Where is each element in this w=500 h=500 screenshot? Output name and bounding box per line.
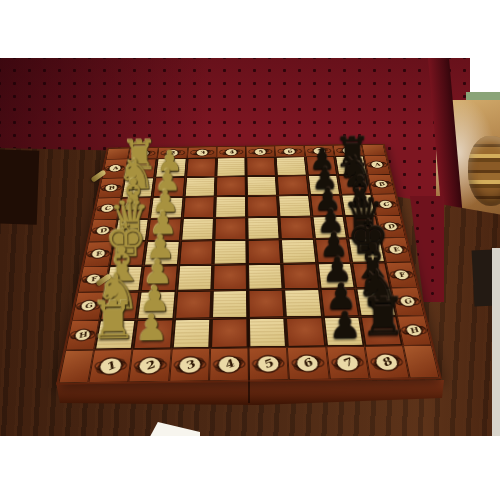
rank-label-bottom-7: 7 — [333, 352, 361, 373]
square-g5[interactable] — [248, 289, 286, 317]
square-f6[interactable] — [282, 263, 319, 289]
light-edge-right — [492, 248, 500, 438]
border-cell-top: 6 — [275, 146, 305, 157]
rank-label-bottom-5: 5 — [255, 353, 283, 374]
square-a5[interactable] — [246, 157, 277, 176]
square-c6[interactable] — [278, 195, 312, 217]
rank-label-bottom-4: 4 — [215, 354, 242, 375]
square-b5[interactable] — [246, 176, 278, 196]
square-h7[interactable]: ♟ — [322, 316, 364, 346]
border-cell-bottom: 8 — [364, 346, 409, 379]
square-a6[interactable] — [275, 156, 307, 175]
chess-board: 12345678A♜♟♟♜AB♞♟♟♞BC♝♟♟♝CD♛♟♟♛DE♚♟♟♚EF♝… — [56, 144, 442, 385]
square-b4[interactable] — [215, 176, 246, 196]
square-c4[interactable] — [214, 196, 246, 218]
border-cell-bottom: 4 — [209, 348, 249, 381]
piece-black-pawn-h7[interactable]: ♟ — [328, 307, 361, 344]
border-cell-top: 4 — [216, 146, 246, 157]
square-c5[interactable] — [246, 196, 279, 218]
file-label-left-h: H — [74, 328, 91, 341]
square-h6[interactable] — [285, 317, 325, 347]
border-cell-bottom: 3 — [169, 348, 210, 381]
square-f4[interactable] — [212, 264, 248, 290]
square-c3[interactable] — [182, 196, 215, 218]
square-e3[interactable] — [178, 240, 213, 265]
photo-of-chess-set: 12345678A♜♟♟♜AB♞♟♟♞BC♝♟♟♝CD♛♟♟♛DE♚♟♟♚EF♝… — [0, 0, 500, 500]
square-g6[interactable] — [284, 289, 323, 317]
square-h5[interactable] — [248, 317, 287, 348]
dark-object-left — [0, 149, 39, 224]
border-cell-top: 3 — [187, 147, 217, 158]
border-cell-bottom: 1 — [88, 349, 132, 382]
square-h1[interactable]: ♜ — [94, 319, 136, 350]
square-e5[interactable] — [247, 239, 282, 264]
rank-label-top-5: 5 — [253, 148, 267, 156]
square-g3[interactable] — [174, 290, 212, 318]
rank-label-bottom-8: 8 — [372, 352, 401, 373]
file-label-right-h: H — [404, 324, 423, 337]
square-a4[interactable] — [216, 157, 246, 176]
square-d5[interactable] — [247, 217, 281, 240]
square-f3[interactable] — [176, 264, 213, 290]
rank-label-bottom-6: 6 — [294, 353, 322, 374]
square-g4[interactable] — [211, 290, 248, 318]
square-b3[interactable] — [184, 176, 216, 196]
border-corner — [403, 345, 440, 378]
rank-label-bottom-1: 1 — [98, 356, 124, 377]
square-a3[interactable] — [185, 158, 216, 177]
rank-label-top-6: 6 — [283, 147, 297, 155]
border-cell-bottom: 5 — [249, 347, 290, 380]
chess-box-fold-seam — [248, 381, 250, 403]
border-cell-bottom: 7 — [326, 346, 370, 379]
square-h8[interactable]: ♜ — [360, 316, 403, 346]
border-cell-top: 5 — [246, 146, 276, 157]
piece-white-pawn-h2[interactable]: ♟ — [135, 310, 168, 347]
chess-board-grid: 12345678A♜♟♟♜AB♞♟♟♞BC♝♟♟♝CD♛♟♟♛DE♚♟♟♚EF♝… — [56, 144, 442, 385]
border-cell-bottom: 6 — [287, 347, 329, 380]
rank-label-bottom-2: 2 — [137, 355, 164, 376]
photo-margin-bottom — [0, 436, 500, 500]
square-b6[interactable] — [277, 175, 310, 195]
rank-label-top-4: 4 — [224, 148, 238, 156]
rank-label-top-3: 3 — [195, 149, 209, 157]
square-e4[interactable] — [213, 240, 248, 265]
square-h4[interactable] — [210, 318, 249, 349]
piece-white-rook-h1[interactable]: ♜ — [90, 295, 137, 347]
square-h3[interactable] — [171, 318, 211, 349]
border-cell-bottom: 2 — [128, 349, 171, 382]
square-d6[interactable] — [279, 216, 314, 239]
square-d3[interactable] — [180, 218, 214, 241]
rank-label-bottom-3: 3 — [176, 354, 203, 375]
square-h2[interactable]: ♟ — [133, 319, 174, 350]
square-e6[interactable] — [280, 239, 316, 264]
photo-margin-top — [0, 0, 500, 58]
square-d4[interactable] — [214, 217, 247, 240]
square-f5[interactable] — [247, 263, 283, 289]
